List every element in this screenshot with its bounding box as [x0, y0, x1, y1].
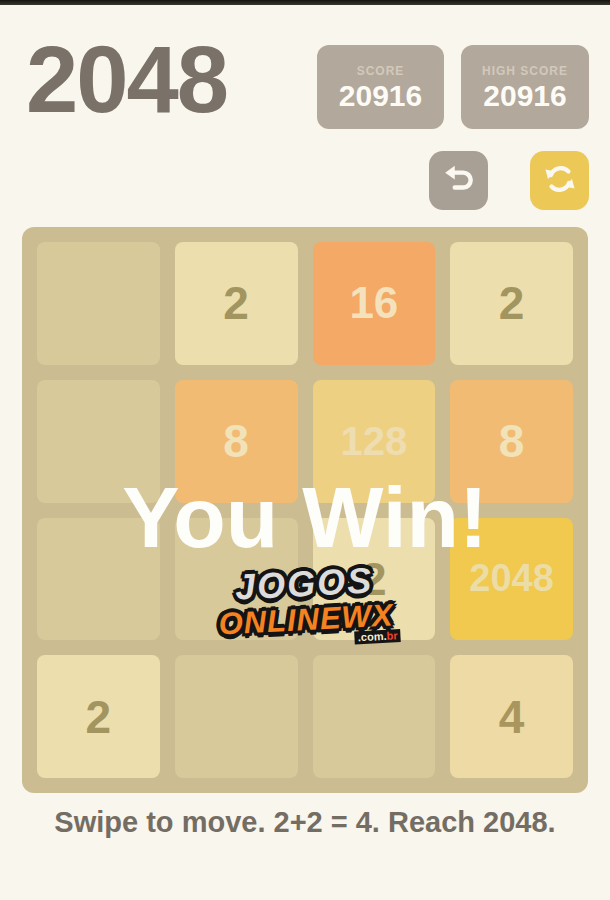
- watermark-logo: JOGOS ONLINEWX .com.br: [216, 561, 394, 639]
- high-score-value: 20916: [483, 79, 566, 113]
- tile-2: 2: [175, 242, 298, 365]
- empty-cell: [175, 655, 298, 778]
- watermark-line2: ONLINEWX .com.br: [218, 599, 394, 639]
- empty-cell: [37, 242, 160, 365]
- high-score-label: HIGH SCORE: [482, 64, 568, 78]
- high-score-box: HIGH SCORE 20916: [461, 45, 589, 129]
- top-bezel: [0, 0, 610, 5]
- tile-2: 2: [450, 242, 573, 365]
- undo-icon: [442, 162, 476, 199]
- refresh-icon: [544, 163, 576, 198]
- app-screen: 2048 SCORE 20916 HIGH SCORE 20916 216281…: [0, 0, 610, 900]
- page-title: 2048: [26, 30, 227, 130]
- tile-16: 16: [313, 242, 436, 365]
- watermark-badge: .com.br: [354, 629, 400, 644]
- instructions-text: Swipe to move. 2+2 = 4. Reach 2048.: [0, 806, 610, 839]
- tile-2: 2: [37, 655, 160, 778]
- score-box: SCORE 20916: [317, 45, 444, 129]
- score-label: SCORE: [357, 64, 405, 78]
- empty-cell: [313, 655, 436, 778]
- win-message: You Win!: [0, 468, 610, 567]
- tile-4: 4: [450, 655, 573, 778]
- restart-button[interactable]: [530, 151, 589, 210]
- score-value: 20916: [339, 79, 422, 113]
- undo-button[interactable]: [429, 151, 488, 210]
